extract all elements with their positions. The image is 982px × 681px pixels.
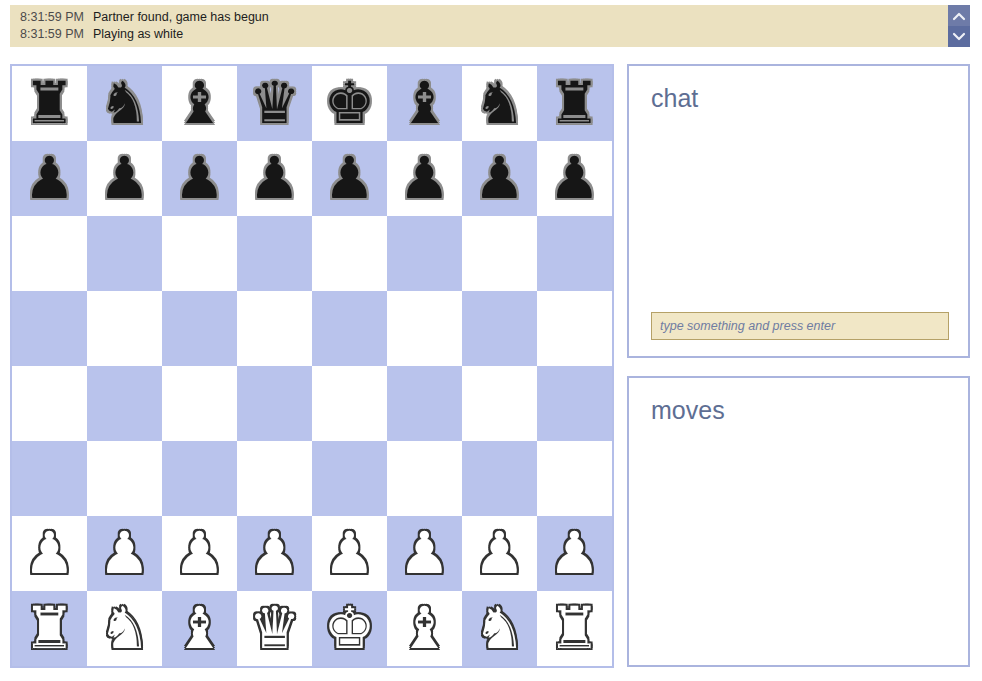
square-f7[interactable]: ♟ [387,141,462,216]
piece-white-bishop[interactable]: ♝ [174,591,226,666]
piece-black-pawn[interactable]: ♟ [399,141,451,216]
piece-black-pawn[interactable]: ♟ [99,141,151,216]
log-scroll-up-button[interactable] [948,5,970,26]
square-f2[interactable]: ♟ [387,516,462,591]
square-c1[interactable]: ♝ [162,591,237,666]
square-e6[interactable] [312,216,387,291]
square-c3[interactable] [162,441,237,516]
piece-white-pawn[interactable]: ♟ [474,516,526,591]
log-message: Playing as white [93,27,183,41]
piece-black-bishop[interactable]: ♝ [399,66,451,141]
chess-board: ♜♞♝♛♚♝♞♜♟♟♟♟♟♟♟♟♟♟♟♟♟♟♟♟♜♞♝♛♚♝♞♜ [10,64,614,668]
square-e8[interactable]: ♚ [312,66,387,141]
square-g3[interactable] [462,441,537,516]
square-b5[interactable] [87,291,162,366]
piece-black-king[interactable]: ♚ [324,66,376,141]
piece-black-queen[interactable]: ♛ [249,66,301,141]
square-f6[interactable] [387,216,462,291]
moves-panel: moves [627,376,970,667]
square-c5[interactable] [162,291,237,366]
piece-black-pawn[interactable]: ♟ [249,141,301,216]
square-f4[interactable] [387,366,462,441]
square-a7[interactable]: ♟ [12,141,87,216]
square-g1[interactable]: ♞ [462,591,537,666]
square-a5[interactable] [12,291,87,366]
game-log-lines: 8:31:59 PMPartner found, game has begun … [10,5,970,43]
piece-white-pawn[interactable]: ♟ [249,516,301,591]
square-d3[interactable] [237,441,312,516]
square-c7[interactable]: ♟ [162,141,237,216]
piece-black-pawn[interactable]: ♟ [474,141,526,216]
moves-title: moves [651,396,968,425]
square-c4[interactable] [162,366,237,441]
square-a6[interactable] [12,216,87,291]
square-a8[interactable]: ♜ [12,66,87,141]
piece-white-knight[interactable]: ♞ [474,591,526,666]
square-h1[interactable]: ♜ [537,591,612,666]
square-d2[interactable]: ♟ [237,516,312,591]
square-b7[interactable]: ♟ [87,141,162,216]
square-f1[interactable]: ♝ [387,591,462,666]
piece-white-pawn[interactable]: ♟ [24,516,76,591]
log-entry: 8:31:59 PMPartner found, game has begun [20,9,940,26]
square-h5[interactable] [537,291,612,366]
square-d6[interactable] [237,216,312,291]
square-b8[interactable]: ♞ [87,66,162,141]
square-a4[interactable] [12,366,87,441]
piece-black-pawn[interactable]: ♟ [24,141,76,216]
square-d4[interactable] [237,366,312,441]
square-b4[interactable] [87,366,162,441]
square-c2[interactable]: ♟ [162,516,237,591]
square-c6[interactable] [162,216,237,291]
piece-white-pawn[interactable]: ♟ [324,516,376,591]
game-log-bar: 8:31:59 PMPartner found, game has begun … [10,5,970,47]
square-b6[interactable] [87,216,162,291]
square-b2[interactable]: ♟ [87,516,162,591]
chevron-up-icon [952,7,966,25]
square-g8[interactable]: ♞ [462,66,537,141]
piece-black-bishop[interactable]: ♝ [174,66,226,141]
piece-black-rook[interactable]: ♜ [549,66,601,141]
piece-black-pawn[interactable]: ♟ [174,141,226,216]
chat-title: chat [651,84,968,113]
square-b3[interactable] [87,441,162,516]
square-d7[interactable]: ♟ [237,141,312,216]
piece-white-queen[interactable]: ♛ [249,591,301,666]
square-f3[interactable] [387,441,462,516]
square-a3[interactable] [12,441,87,516]
piece-white-pawn[interactable]: ♟ [549,516,601,591]
piece-black-rook[interactable]: ♜ [24,66,76,141]
square-d5[interactable] [237,291,312,366]
square-h8[interactable]: ♜ [537,66,612,141]
square-e1[interactable]: ♚ [312,591,387,666]
piece-white-bishop[interactable]: ♝ [399,591,451,666]
log-scroll-down-button[interactable] [948,26,970,47]
square-h4[interactable] [537,366,612,441]
square-a1[interactable]: ♜ [12,591,87,666]
square-g2[interactable]: ♟ [462,516,537,591]
square-b1[interactable]: ♞ [87,591,162,666]
piece-black-knight[interactable]: ♞ [99,66,151,141]
square-h6[interactable] [537,216,612,291]
square-e7[interactable]: ♟ [312,141,387,216]
piece-black-knight[interactable]: ♞ [474,66,526,141]
square-e4[interactable] [312,366,387,441]
piece-white-knight[interactable]: ♞ [99,591,151,666]
piece-white-pawn[interactable]: ♟ [399,516,451,591]
piece-black-pawn[interactable]: ♟ [324,141,376,216]
square-g7[interactable]: ♟ [462,141,537,216]
log-message: Partner found, game has begun [93,10,269,24]
square-f8[interactable]: ♝ [387,66,462,141]
piece-white-pawn[interactable]: ♟ [99,516,151,591]
square-h3[interactable] [537,441,612,516]
square-h7[interactable]: ♟ [537,141,612,216]
square-e2[interactable]: ♟ [312,516,387,591]
chat-panel: chat [627,64,970,358]
log-entry: 8:31:59 PMPlaying as white [20,26,940,43]
square-d1[interactable]: ♛ [237,591,312,666]
chat-input[interactable] [651,312,949,340]
square-e3[interactable] [312,441,387,516]
square-f5[interactable] [387,291,462,366]
square-c8[interactable]: ♝ [162,66,237,141]
square-g4[interactable] [462,366,537,441]
piece-white-rook[interactable]: ♜ [24,591,76,666]
piece-white-king[interactable]: ♚ [324,591,376,666]
log-timestamp: 8:31:59 PM [20,10,84,24]
piece-white-rook[interactable]: ♜ [549,591,601,666]
chevron-down-icon [952,28,966,46]
piece-black-pawn[interactable]: ♟ [549,141,601,216]
log-scroll-buttons [948,5,970,47]
square-h2[interactable]: ♟ [537,516,612,591]
square-d8[interactable]: ♛ [237,66,312,141]
log-timestamp: 8:31:59 PM [20,27,84,41]
square-a2[interactable]: ♟ [12,516,87,591]
square-e5[interactable] [312,291,387,366]
square-g5[interactable] [462,291,537,366]
square-g6[interactable] [462,216,537,291]
piece-white-pawn[interactable]: ♟ [174,516,226,591]
